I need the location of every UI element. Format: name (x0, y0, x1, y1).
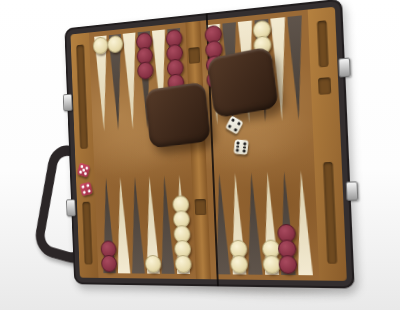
maroon-checker[interactable] (101, 255, 117, 272)
stack-point-18 (165, 29, 184, 93)
stack-point-14 (107, 35, 123, 54)
left-rail-slot (76, 44, 88, 148)
point-7[interactable] (172, 172, 191, 274)
point-24[interactable] (286, 15, 307, 123)
cream-checker[interactable] (230, 255, 248, 273)
stack-point-7 (172, 195, 192, 273)
latch-right-bottom (346, 181, 359, 201)
points-row-bottom-right (211, 168, 314, 275)
stack-point-16 (136, 32, 154, 80)
white-die-2[interactable] (234, 139, 249, 155)
red-die-1[interactable] (77, 162, 90, 177)
right-rail-slot (318, 77, 331, 95)
backgammon-set-photo (0, 0, 400, 310)
right-rail-slot (323, 162, 337, 264)
latch-left-bottom (66, 199, 76, 216)
points-row-bottom-left (99, 172, 191, 274)
bar-notch (188, 47, 200, 64)
cream-checker[interactable] (144, 255, 161, 273)
dice-cup-left[interactable] (144, 81, 211, 148)
cream-checker[interactable] (174, 255, 191, 273)
red-die-2[interactable] (79, 182, 92, 197)
board-left (89, 22, 196, 279)
briefcase-backgammon-case (64, 0, 354, 289)
dice-cup-right[interactable] (207, 46, 279, 118)
latch-left-top (63, 94, 73, 112)
latch-right-top (338, 57, 351, 77)
left-rail-slot (82, 202, 92, 265)
open-case-interior (64, 0, 354, 289)
cream-checker[interactable] (107, 35, 123, 54)
bar-notch (195, 199, 207, 215)
point-24-triangle (287, 15, 306, 120)
maroon-checker[interactable] (137, 61, 154, 80)
stack-point-2 (277, 224, 297, 274)
stack-point-12 (101, 241, 118, 273)
stack-point-5 (229, 240, 248, 274)
right-rail-slot (317, 20, 328, 67)
stack-point-9 (144, 255, 161, 273)
maroon-checker[interactable] (279, 255, 298, 274)
